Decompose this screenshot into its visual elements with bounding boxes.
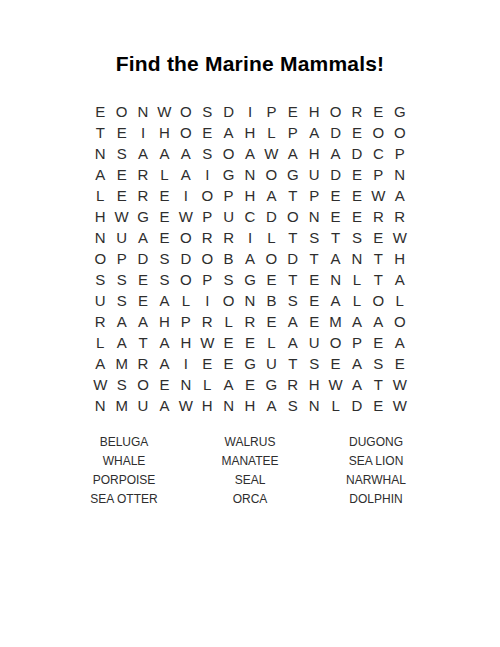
grid-cell-r1c5[interactable]: O — [175, 101, 196, 122]
grid-cell-r8c12[interactable]: A — [325, 248, 346, 269]
grid-cell-r10c6[interactable]: I — [197, 290, 218, 311]
grid-cell-r5c10[interactable]: T — [282, 185, 303, 206]
grid-cell-r14c11[interactable]: H — [303, 374, 324, 395]
grid-cell-r5c9[interactable]: A — [261, 185, 282, 206]
grid-cell-r2c12[interactable]: D — [325, 122, 346, 143]
grid-cell-r12c4[interactable]: A — [154, 332, 175, 353]
word-list-item: ORCA — [233, 490, 268, 509]
grid-cell-r9c13[interactable]: L — [346, 269, 367, 290]
grid-cell-r11c11[interactable]: E — [303, 311, 324, 332]
grid-cell-r4c5[interactable]: A — [175, 164, 196, 185]
grid-cell-r6c12[interactable]: E — [325, 206, 346, 227]
grid-cell-r7c10[interactable]: T — [282, 227, 303, 248]
grid-cell-r3c14[interactable]: C — [368, 143, 389, 164]
grid-cell-r8c10[interactable]: D — [282, 248, 303, 269]
grid-cell-r11c7[interactable]: L — [218, 311, 239, 332]
grid-cell-r14c6[interactable]: L — [197, 374, 218, 395]
grid-cell-r2c13[interactable]: E — [346, 122, 367, 143]
grid-cell-r10c7[interactable]: O — [218, 290, 239, 311]
grid-cell-r15c3[interactable]: U — [132, 395, 153, 416]
word-list-item: WALRUS — [225, 433, 276, 452]
grid-cell-r9c7[interactable]: S — [218, 269, 239, 290]
word-list-item: PORPOISE — [93, 471, 156, 490]
grid-cell-r9c9[interactable]: E — [261, 269, 282, 290]
grid-cell-r2c4[interactable]: H — [154, 122, 175, 143]
grid-cell-r15c5[interactable]: W — [175, 395, 196, 416]
grid-cell-r3c9[interactable]: W — [261, 143, 282, 164]
grid-cell-r8c5[interactable]: D — [175, 248, 196, 269]
grid-cell-r2c6[interactable]: E — [197, 122, 218, 143]
grid-cell-r11c8[interactable]: R — [239, 311, 260, 332]
grid-cell-r9c4[interactable]: S — [154, 269, 175, 290]
word-list-item: BELUGA — [100, 433, 149, 452]
grid-cell-r4c3[interactable]: R — [132, 164, 153, 185]
grid-cell-r14c13[interactable]: A — [346, 374, 367, 395]
grid-cell-r15c15[interactable]: W — [389, 395, 410, 416]
grid-cell-r2c15[interactable]: O — [389, 122, 410, 143]
grid-cell-r11c10[interactable]: A — [282, 311, 303, 332]
grid-cell-r7c2[interactable]: U — [111, 227, 132, 248]
grid-cell-r5c12[interactable]: E — [325, 185, 346, 206]
grid-cell-r6c9[interactable]: D — [261, 206, 282, 227]
grid-cell-r5c14[interactable]: W — [368, 185, 389, 206]
grid-cell-r6c13[interactable]: E — [346, 206, 367, 227]
grid-cell-r13c13[interactable]: A — [346, 353, 367, 374]
word-search-page: Find the Marine Mammals! EONWOSDIPEHOREG… — [0, 0, 500, 647]
grid-cell-r13c11[interactable]: S — [303, 353, 324, 374]
grid-cell-r8c8[interactable]: A — [239, 248, 260, 269]
grid-cell-r4c10[interactable]: G — [282, 164, 303, 185]
grid-cell-r7c3[interactable]: A — [132, 227, 153, 248]
grid-cell-r14c5[interactable]: N — [175, 374, 196, 395]
grid-cell-r5c2[interactable]: E — [111, 185, 132, 206]
grid-cell-r14c1[interactable]: W — [90, 374, 111, 395]
grid-cell-r11c4[interactable]: H — [154, 311, 175, 332]
grid-cell-r12c3[interactable]: T — [132, 332, 153, 353]
grid-cell-r4c7[interactable]: G — [218, 164, 239, 185]
grid-cell-r1c2[interactable]: O — [111, 101, 132, 122]
grid-cell-r13c12[interactable]: E — [325, 353, 346, 374]
grid-cell-r7c4[interactable]: E — [154, 227, 175, 248]
grid-cell-r10c12[interactable]: A — [325, 290, 346, 311]
grid-cell-r8c14[interactable]: T — [368, 248, 389, 269]
letter-grid: EONWOSDIPEHOREGTEIHOEAHLPADEOONSAAASOAWA… — [90, 101, 411, 416]
grid-cell-r4c14[interactable]: P — [368, 164, 389, 185]
word-list-column-1: BELUGAWHALEPORPOISESEA OTTER — [61, 433, 187, 509]
grid-cell-r2c9[interactable]: L — [261, 122, 282, 143]
grid-cell-r7c13[interactable]: S — [346, 227, 367, 248]
grid-cell-r3c3[interactable]: A — [132, 143, 153, 164]
grid-cell-r11c9[interactable]: E — [261, 311, 282, 332]
grid-cell-r3c15[interactable]: P — [389, 143, 410, 164]
grid-cell-r2c10[interactable]: P — [282, 122, 303, 143]
grid-cell-r7c14[interactable]: E — [368, 227, 389, 248]
grid-cell-r14c8[interactable]: E — [239, 374, 260, 395]
grid-cell-r10c11[interactable]: E — [303, 290, 324, 311]
grid-cell-r3c5[interactable]: A — [175, 143, 196, 164]
grid-cell-r4c8[interactable]: N — [239, 164, 260, 185]
word-list-column-3: DUGONGSEA LIONNARWHALDOLPHIN — [313, 433, 439, 509]
grid-cell-r11c1[interactable]: R — [90, 311, 111, 332]
grid-cell-r11c2[interactable]: A — [111, 311, 132, 332]
grid-cell-r15c7[interactable]: N — [218, 395, 239, 416]
grid-cell-r7c7[interactable]: R — [218, 227, 239, 248]
grid-cell-r3c10[interactable]: A — [282, 143, 303, 164]
word-list-item: NARWHAL — [346, 471, 406, 490]
grid-cell-r13c7[interactable]: E — [218, 353, 239, 374]
grid-cell-r8c3[interactable]: D — [132, 248, 153, 269]
grid-cell-r6c7[interactable]: U — [218, 206, 239, 227]
grid-cell-r10c4[interactable]: A — [154, 290, 175, 311]
grid-cell-r14c10[interactable]: R — [282, 374, 303, 395]
grid-cell-r5c8[interactable]: H — [239, 185, 260, 206]
grid-cell-r9c2[interactable]: S — [111, 269, 132, 290]
word-list-item: MANATEE — [221, 452, 278, 471]
grid-cell-r2c5[interactable]: O — [175, 122, 196, 143]
grid-cell-r11c6[interactable]: R — [197, 311, 218, 332]
grid-cell-r9c3[interactable]: E — [132, 269, 153, 290]
grid-cell-r12c7[interactable]: E — [218, 332, 239, 353]
grid-cell-r15c12[interactable]: L — [325, 395, 346, 416]
grid-cell-r8c4[interactable]: S — [154, 248, 175, 269]
grid-cell-r12c11[interactable]: U — [303, 332, 324, 353]
grid-cell-r1c15[interactable]: G — [389, 101, 410, 122]
grid-cell-r7c11[interactable]: S — [303, 227, 324, 248]
grid-cell-r1c7[interactable]: D — [218, 101, 239, 122]
grid-cell-r3c11[interactable]: H — [303, 143, 324, 164]
grid-cell-r9c10[interactable]: T — [282, 269, 303, 290]
grid-cell-r6c2[interactable]: W — [111, 206, 132, 227]
grid-cell-r11c13[interactable]: A — [346, 311, 367, 332]
grid-cell-r9c1[interactable]: S — [90, 269, 111, 290]
grid-cell-r12c14[interactable]: E — [368, 332, 389, 353]
grid-cell-r10c1[interactable]: U — [90, 290, 111, 311]
grid-cell-r7c12[interactable]: T — [325, 227, 346, 248]
grid-cell-r9c11[interactable]: E — [303, 269, 324, 290]
puzzle-title: Find the Marine Mammals! — [0, 0, 500, 76]
grid-cell-r12c15[interactable]: A — [389, 332, 410, 353]
grid-cell-r14c14[interactable]: T — [368, 374, 389, 395]
grid-cell-r14c4[interactable]: E — [154, 374, 175, 395]
word-list-column-2: WALRUSMANATEESEALORCA — [187, 433, 313, 509]
word-list-item: SEA OTTER — [90, 490, 157, 509]
grid-cell-r15c14[interactable]: E — [368, 395, 389, 416]
grid-cell-r7c9[interactable]: L — [261, 227, 282, 248]
word-list-item: SEAL — [235, 471, 266, 490]
grid-cell-r2c2[interactable]: E — [111, 122, 132, 143]
grid-cell-r5c7[interactable]: P — [218, 185, 239, 206]
grid-cell-r3c1[interactable]: N — [90, 143, 111, 164]
grid-cell-r5c11[interactable]: P — [303, 185, 324, 206]
grid-cell-r4c15[interactable]: N — [389, 164, 410, 185]
grid-cell-r1c6[interactable]: S — [197, 101, 218, 122]
grid-cell-r15c9[interactable]: A — [261, 395, 282, 416]
grid-cell-r10c8[interactable]: N — [239, 290, 260, 311]
grid-cell-r12c6[interactable]: W — [197, 332, 218, 353]
grid-cell-r5c6[interactable]: O — [197, 185, 218, 206]
grid-cell-r14c3[interactable]: O — [132, 374, 153, 395]
word-list-item: WHALE — [103, 452, 146, 471]
grid-cell-r5c4[interactable]: E — [154, 185, 175, 206]
grid-cell-r12c10[interactable]: A — [282, 332, 303, 353]
grid-cell-r13c9[interactable]: U — [261, 353, 282, 374]
grid-cell-r11c14[interactable]: A — [368, 311, 389, 332]
grid-cell-r2c7[interactable]: A — [218, 122, 239, 143]
grid-cell-r3c2[interactable]: S — [111, 143, 132, 164]
grid-cell-r8c13[interactable]: N — [346, 248, 367, 269]
grid-cell-r12c12[interactable]: O — [325, 332, 346, 353]
grid-cell-r15c6[interactable]: H — [197, 395, 218, 416]
grid-cell-r10c3[interactable]: E — [132, 290, 153, 311]
grid-cell-r10c9[interactable]: B — [261, 290, 282, 311]
grid-cell-r10c13[interactable]: L — [346, 290, 367, 311]
grid-cell-r3c12[interactable]: A — [325, 143, 346, 164]
grid-cell-r1c12[interactable]: O — [325, 101, 346, 122]
grid-cell-r4c9[interactable]: O — [261, 164, 282, 185]
grid-cell-r13c4[interactable]: A — [154, 353, 175, 374]
grid-cell-r6c5[interactable]: W — [175, 206, 196, 227]
grid-cell-r6c4[interactable]: E — [154, 206, 175, 227]
grid-cell-r12c2[interactable]: A — [111, 332, 132, 353]
grid-cell-r9c5[interactable]: O — [175, 269, 196, 290]
grid-cell-r2c8[interactable]: H — [239, 122, 260, 143]
grid-cell-r12c13[interactable]: P — [346, 332, 367, 353]
grid-cell-r8c1[interactable]: O — [90, 248, 111, 269]
grid-cell-r8c9[interactable]: O — [261, 248, 282, 269]
grid-cell-r2c14[interactable]: O — [368, 122, 389, 143]
grid-cell-r8c11[interactable]: T — [303, 248, 324, 269]
grid-cell-r1c13[interactable]: R — [346, 101, 367, 122]
grid-cell-r15c13[interactable]: D — [346, 395, 367, 416]
grid-cell-r13c3[interactable]: R — [132, 353, 153, 374]
grid-cell-r7c5[interactable]: O — [175, 227, 196, 248]
grid-cell-r9c12[interactable]: N — [325, 269, 346, 290]
word-list-item: DOLPHIN — [349, 490, 402, 509]
grid-cell-r1c14[interactable]: E — [368, 101, 389, 122]
grid-cell-r13c2[interactable]: M — [111, 353, 132, 374]
grid-cell-r5c1[interactable]: L — [90, 185, 111, 206]
grid-cell-r3c7[interactable]: O — [218, 143, 239, 164]
grid-cell-r13c15[interactable]: E — [389, 353, 410, 374]
grid-cell-r3c4[interactable]: A — [154, 143, 175, 164]
grid-cell-r3c8[interactable]: A — [239, 143, 260, 164]
grid-cell-r7c1[interactable]: N — [90, 227, 111, 248]
grid-cell-r14c12[interactable]: W — [325, 374, 346, 395]
grid-cell-r4c11[interactable]: U — [303, 164, 324, 185]
grid-cell-r9c8[interactable]: G — [239, 269, 260, 290]
grid-cell-r1c3[interactable]: N — [132, 101, 153, 122]
grid-cell-r12c8[interactable]: E — [239, 332, 260, 353]
grid-cell-r11c12[interactable]: M — [325, 311, 346, 332]
word-list: BELUGAWHALEPORPOISESEA OTTERWALRUSMANATE… — [0, 433, 500, 509]
grid-cell-r10c5[interactable]: L — [175, 290, 196, 311]
grid-cell-r6c14[interactable]: R — [368, 206, 389, 227]
grid-cell-r4c12[interactable]: D — [325, 164, 346, 185]
grid-cell-r6c8[interactable]: C — [239, 206, 260, 227]
grid-cell-r13c6[interactable]: E — [197, 353, 218, 374]
grid-cell-r15c8[interactable]: H — [239, 395, 260, 416]
grid-cell-r13c8[interactable]: G — [239, 353, 260, 374]
grid-cell-r1c4[interactable]: W — [154, 101, 175, 122]
grid-cell-r6c15[interactable]: R — [389, 206, 410, 227]
grid-cell-r10c10[interactable]: S — [282, 290, 303, 311]
grid-cell-r6c6[interactable]: P — [197, 206, 218, 227]
grid-cell-r8c7[interactable]: B — [218, 248, 239, 269]
grid-cell-r1c8[interactable]: I — [239, 101, 260, 122]
word-list-item: DUGONG — [349, 433, 403, 452]
grid-cell-r8c6[interactable]: O — [197, 248, 218, 269]
grid-cell-r4c6[interactable]: I — [197, 164, 218, 185]
grid-cell-r13c10[interactable]: T — [282, 353, 303, 374]
grid-cell-r1c1[interactable]: E — [90, 101, 111, 122]
grid-cell-r10c15[interactable]: L — [389, 290, 410, 311]
grid-cell-r10c14[interactable]: O — [368, 290, 389, 311]
grid-cell-r5c15[interactable]: A — [389, 185, 410, 206]
grid-cell-r13c5[interactable]: I — [175, 353, 196, 374]
grid-cell-r1c10[interactable]: E — [282, 101, 303, 122]
grid-cell-r14c7[interactable]: A — [218, 374, 239, 395]
grid-cell-r2c3[interactable]: I — [132, 122, 153, 143]
grid-cell-r11c3[interactable]: A — [132, 311, 153, 332]
grid-cell-r14c2[interactable]: S — [111, 374, 132, 395]
grid-cell-r4c4[interactable]: L — [154, 164, 175, 185]
grid-cell-r9c15[interactable]: A — [389, 269, 410, 290]
grid-cell-r6c1[interactable]: H — [90, 206, 111, 227]
grid-cell-r13c1[interactable]: A — [90, 353, 111, 374]
grid-cell-r4c2[interactable]: E — [111, 164, 132, 185]
grid-cell-r12c1[interactable]: L — [90, 332, 111, 353]
grid-cell-r9c14[interactable]: T — [368, 269, 389, 290]
grid-cell-r12c9[interactable]: L — [261, 332, 282, 353]
grid-cell-r15c10[interactable]: S — [282, 395, 303, 416]
grid-cell-r4c13[interactable]: E — [346, 164, 367, 185]
word-list-item: SEA LION — [349, 452, 404, 471]
grid-cell-r8c15[interactable]: H — [389, 248, 410, 269]
grid-cell-r7c8[interactable]: I — [239, 227, 260, 248]
grid-cell-r10c2[interactable]: S — [111, 290, 132, 311]
grid-cell-r5c5[interactable]: I — [175, 185, 196, 206]
grid-cell-r15c2[interactable]: M — [111, 395, 132, 416]
grid-cell-r6c3[interactable]: G — [132, 206, 153, 227]
grid-cell-r9c6[interactable]: P — [197, 269, 218, 290]
grid-cell-r2c1[interactable]: T — [90, 122, 111, 143]
grid-cell-r14c9[interactable]: G — [261, 374, 282, 395]
grid-cell-r6c11[interactable]: N — [303, 206, 324, 227]
grid-cell-r11c5[interactable]: P — [175, 311, 196, 332]
grid-cell-r3c13[interactable]: D — [346, 143, 367, 164]
grid-cell-r15c4[interactable]: A — [154, 395, 175, 416]
grid-cell-r7c6[interactable]: R — [197, 227, 218, 248]
grid-cell-r2c11[interactable]: A — [303, 122, 324, 143]
grid-cell-r11c15[interactable]: O — [389, 311, 410, 332]
grid-cell-r3c6[interactable]: S — [197, 143, 218, 164]
grid-cell-r4c1[interactable]: A — [90, 164, 111, 185]
grid-cell-r6c10[interactable]: O — [282, 206, 303, 227]
grid-cell-r5c3[interactable]: R — [132, 185, 153, 206]
grid-cell-r8c2[interactable]: P — [111, 248, 132, 269]
grid-cell-r1c9[interactable]: P — [261, 101, 282, 122]
grid-cell-r7c15[interactable]: W — [389, 227, 410, 248]
grid-cell-r15c11[interactable]: N — [303, 395, 324, 416]
grid-cell-r15c1[interactable]: N — [90, 395, 111, 416]
grid-cell-r1c11[interactable]: H — [303, 101, 324, 122]
grid-cell-r12c5[interactable]: H — [175, 332, 196, 353]
grid-cell-r13c14[interactable]: S — [368, 353, 389, 374]
grid-cell-r5c13[interactable]: E — [346, 185, 367, 206]
grid-cell-r14c15[interactable]: W — [389, 374, 410, 395]
